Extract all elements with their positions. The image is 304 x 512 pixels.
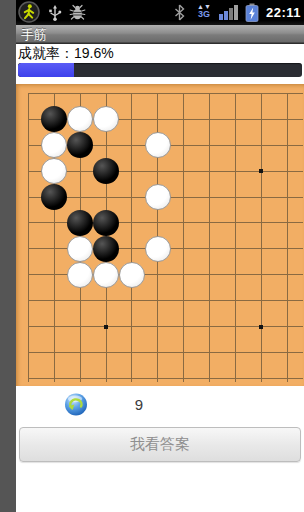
usb-icon bbox=[48, 4, 62, 22]
black-stone bbox=[41, 184, 67, 210]
star-point bbox=[259, 169, 263, 173]
running-man-icon bbox=[18, 1, 40, 23]
status-bar: ▲▼ 3G 22:11 bbox=[16, 0, 304, 25]
black-stone bbox=[67, 132, 93, 158]
3g-label: 3G bbox=[196, 10, 212, 19]
app-title: 手筋 bbox=[16, 25, 304, 44]
grid-line-vertical bbox=[131, 93, 132, 382]
move-count: 9 bbox=[124, 396, 154, 413]
undo-arrow-sphere-icon bbox=[64, 392, 88, 416]
white-stone bbox=[41, 158, 67, 184]
grid-line-horizontal bbox=[28, 378, 304, 379]
achievement-rate-label: 成就率：19.6% bbox=[18, 45, 114, 63]
white-stone bbox=[145, 132, 171, 158]
title-bar: 手筋 bbox=[16, 25, 304, 44]
show-answer-button[interactable]: 我看答案 bbox=[19, 427, 301, 462]
black-stone bbox=[93, 210, 119, 236]
progress-fill bbox=[18, 63, 74, 77]
black-stone bbox=[67, 210, 93, 236]
battery-charging-icon bbox=[244, 3, 260, 22]
undo-button[interactable] bbox=[64, 392, 88, 416]
white-stone bbox=[67, 262, 93, 288]
progress-bar bbox=[18, 63, 302, 77]
grid-line-vertical bbox=[235, 93, 236, 382]
white-stone bbox=[67, 106, 93, 132]
black-stone bbox=[41, 106, 67, 132]
grid-line-vertical bbox=[183, 93, 184, 382]
star-point bbox=[259, 325, 263, 329]
black-stone bbox=[93, 158, 119, 184]
grid-line-vertical bbox=[28, 93, 29, 382]
white-stone bbox=[145, 184, 171, 210]
white-stone bbox=[67, 236, 93, 262]
black-stone bbox=[93, 236, 119, 262]
bluetooth-icon bbox=[174, 4, 185, 21]
grid-line-horizontal bbox=[28, 93, 304, 94]
grid-line-vertical bbox=[287, 93, 288, 382]
signal-strength-icon bbox=[219, 4, 239, 20]
white-stone bbox=[145, 236, 171, 262]
3g-data-icon: ▲▼ 3G bbox=[196, 3, 212, 19]
star-point bbox=[104, 325, 108, 329]
grid-line-horizontal bbox=[28, 352, 304, 353]
white-stone bbox=[119, 262, 145, 288]
debug-bug-icon bbox=[69, 4, 86, 21]
grid-line-horizontal bbox=[28, 300, 304, 301]
white-stone bbox=[93, 106, 119, 132]
go-board[interactable] bbox=[16, 84, 304, 386]
white-stone bbox=[93, 262, 119, 288]
phone-screen: ▲▼ 3G 22:11 手筋 成就率：19.6% bbox=[16, 0, 304, 512]
grid-line-vertical bbox=[209, 93, 210, 382]
grid-line-vertical bbox=[261, 93, 262, 382]
clock: 22:11 bbox=[266, 0, 301, 25]
white-stone bbox=[41, 132, 67, 158]
